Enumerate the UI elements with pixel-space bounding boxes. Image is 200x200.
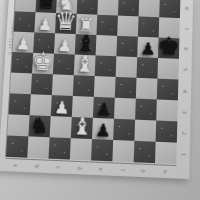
square-g7[interactable] [138,16,159,37]
square-d5[interactable]: ♝ [74,55,96,76]
square-d1[interactable] [70,138,92,160]
square-b7[interactable]: ♟ [34,12,56,33]
square-b8[interactable]: ♛ [35,0,57,13]
square-b2[interactable]: ♞ [28,115,50,137]
square-e5[interactable] [95,55,117,76]
square-f4[interactable] [115,77,137,99]
square-h8[interactable] [159,0,180,18]
square-c3[interactable]: ♟ [51,95,73,117]
square-g3[interactable] [135,99,157,121]
piece-black-n-b2[interactable]: ♞ [30,115,50,137]
square-e8[interactable] [97,0,118,16]
piece-black-p-g6[interactable]: ♟ [140,41,156,58]
square-a4[interactable] [10,73,32,95]
square-c6[interactable]: ♟ [54,33,76,54]
square-e3[interactable]: ♟ [93,97,115,119]
square-h2[interactable] [156,121,178,143]
piece-white-k-b5[interactable]: ♚ [31,49,55,74]
square-h3[interactable] [156,99,178,121]
square-a3[interactable] [9,93,31,115]
square-h5[interactable] [157,58,178,80]
piece-white-p-c3[interactable]: ♟ [54,99,70,117]
square-c7[interactable]: ♛ [55,13,77,34]
piece-white-b-d5[interactable]: ♝ [74,53,95,76]
square-e6[interactable] [96,35,118,56]
piece-black-k-h6[interactable]: ♚ [157,34,180,59]
square-f7[interactable] [117,16,138,37]
board-grid: ♛♞♟♛♜♟♟♝♟♚♚♝♟♟♞♝♟ [6,0,181,166]
square-c2[interactable] [50,116,72,138]
square-d4[interactable] [73,75,95,97]
square-g8[interactable] [139,0,160,17]
square-b5[interactable]: ♚ [32,53,54,74]
square-a5[interactable] [11,52,33,73]
square-g2[interactable] [134,120,156,142]
square-c5[interactable] [53,54,75,75]
square-f2[interactable] [113,119,135,141]
chess-board: © 1975 CHESS ♛♞♟♛♜♟♟♝♟♚♚♝♟♟♞♝♟ 87654321 … [0,0,193,179]
piece-black-p-e2[interactable]: ♟ [95,122,111,140]
piece-white-p-b7[interactable]: ♟ [37,16,53,33]
square-a1[interactable] [6,135,28,157]
square-g1[interactable] [134,141,156,163]
square-h1[interactable] [155,142,177,164]
square-b4[interactable] [31,73,53,95]
square-e2[interactable]: ♟ [92,118,114,140]
piece-black-p-e3[interactable]: ♟ [96,101,112,119]
square-g4[interactable] [136,78,158,100]
square-f3[interactable] [114,98,136,120]
piece-white-q-c7[interactable]: ♛ [54,8,78,34]
square-e1[interactable] [91,139,113,161]
square-f1[interactable] [112,140,134,162]
square-f8[interactable] [118,0,139,16]
square-c4[interactable] [52,74,74,96]
square-e4[interactable] [94,76,116,98]
square-a6[interactable]: ♟ [12,32,34,53]
square-h4[interactable] [157,79,179,101]
square-d2[interactable]: ♝ [71,117,93,139]
square-a8[interactable] [15,0,37,12]
square-g5[interactable] [137,57,159,79]
square-c1[interactable] [48,137,70,159]
square-e7[interactable] [96,15,117,36]
square-f6[interactable] [116,36,138,57]
square-a7[interactable] [14,11,36,32]
piece-white-p-c6[interactable]: ♟ [57,37,73,54]
square-h6[interactable]: ♚ [158,38,179,59]
square-g6[interactable]: ♟ [137,37,158,58]
chess-board-photo: © 1975 CHESS ♛♞♟♛♜♟♟♝♟♚♚♝♟♟♞♝♟ 87654321 … [0,0,200,200]
piece-white-b-d2[interactable]: ♝ [71,115,93,139]
square-a2[interactable] [7,114,29,136]
square-f5[interactable] [116,56,138,78]
square-b1[interactable] [27,136,49,158]
piece-white-p-a6[interactable]: ♟ [15,36,31,53]
